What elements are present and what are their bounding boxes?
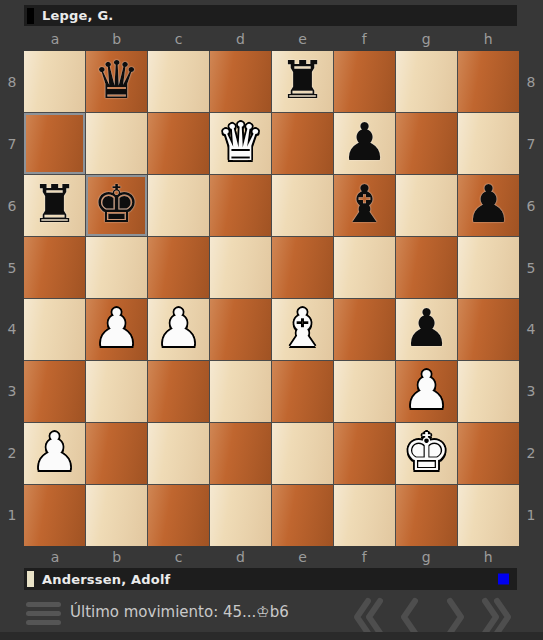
file-label-e: e (272, 546, 334, 568)
file-label-e: e (272, 28, 334, 50)
turn-indicator (498, 574, 509, 585)
file-labels-top: abcdefgh (24, 28, 519, 50)
square-f1[interactable] (334, 485, 395, 546)
file-label-d: d (210, 28, 272, 50)
square-b8[interactable]: ♛ (86, 51, 147, 112)
square-h4[interactable] (458, 299, 519, 360)
rank-label-7: 7 (519, 113, 543, 175)
square-e4[interactable]: ♝ (272, 299, 333, 360)
square-c6[interactable] (148, 175, 209, 236)
rank-label-4: 4 (0, 299, 24, 361)
square-e3[interactable] (272, 361, 333, 422)
file-label-f: f (333, 546, 395, 568)
piece-white-pawn[interactable]: ♟ (31, 423, 78, 483)
piece-black-rook[interactable]: ♜ (279, 51, 326, 111)
square-a4[interactable] (24, 299, 85, 360)
square-d2[interactable] (210, 423, 271, 484)
piece-white-king[interactable]: ♚ (403, 423, 450, 483)
square-a7[interactable] (24, 113, 85, 174)
square-d6[interactable] (210, 175, 271, 236)
file-label-c: c (148, 546, 210, 568)
square-h1[interactable] (458, 485, 519, 546)
square-c3[interactable] (148, 361, 209, 422)
square-b7[interactable] (86, 113, 147, 174)
bottom-edge-strip (0, 632, 543, 640)
piece-black-rook[interactable]: ♜ (31, 175, 78, 235)
rank-label-1: 1 (0, 484, 24, 546)
square-g1[interactable] (396, 485, 457, 546)
file-label-g: g (395, 28, 457, 50)
square-e1[interactable] (272, 485, 333, 546)
square-c2[interactable] (148, 423, 209, 484)
piece-white-bishop[interactable]: ♝ (279, 299, 326, 359)
file-label-b: b (86, 546, 148, 568)
square-d8[interactable] (210, 51, 271, 112)
rank-label-6: 6 (519, 175, 543, 237)
piece-black-pawn[interactable]: ♟ (465, 175, 512, 235)
square-a6[interactable]: ♜ (24, 175, 85, 236)
piece-black-bishop[interactable]: ♝ (341, 175, 388, 235)
square-c8[interactable] (148, 51, 209, 112)
file-label-d: d (210, 546, 272, 568)
square-f7[interactable]: ♟ (334, 113, 395, 174)
piece-white-pawn[interactable]: ♟ (403, 361, 450, 421)
square-g3[interactable]: ♟ (396, 361, 457, 422)
square-h2[interactable] (458, 423, 519, 484)
square-g6[interactable] (396, 175, 457, 236)
piece-white-pawn[interactable]: ♟ (155, 299, 202, 359)
square-h8[interactable] (458, 51, 519, 112)
square-e8[interactable]: ♜ (272, 51, 333, 112)
square-b5[interactable] (86, 237, 147, 298)
square-h5[interactable] (458, 237, 519, 298)
rank-label-6: 6 (0, 175, 24, 237)
square-g4[interactable]: ♟ (396, 299, 457, 360)
rank-label-2: 2 (0, 422, 24, 484)
square-b3[interactable] (86, 361, 147, 422)
menu-bar (26, 611, 61, 616)
rank-label-8: 8 (0, 51, 24, 113)
file-labels-bottom: abcdefgh (24, 546, 519, 568)
white-player-name: Anderssen, Adolf (42, 572, 170, 587)
rank-label-5: 5 (519, 237, 543, 299)
piece-black-pawn[interactable]: ♟ (341, 113, 388, 173)
file-label-c: c (148, 28, 210, 50)
square-b6[interactable]: ♚ (86, 175, 147, 236)
square-b1[interactable] (86, 485, 147, 546)
square-h7[interactable] (458, 113, 519, 174)
square-h6[interactable]: ♟ (458, 175, 519, 236)
square-g5[interactable] (396, 237, 457, 298)
square-a5[interactable] (24, 237, 85, 298)
menu-bar (26, 620, 61, 625)
rank-label-7: 7 (0, 113, 24, 175)
file-label-a: a (24, 546, 86, 568)
square-a2[interactable]: ♟ (24, 423, 85, 484)
square-d5[interactable] (210, 237, 271, 298)
file-label-h: h (457, 28, 519, 50)
square-c5[interactable] (148, 237, 209, 298)
chess-board[interactable]: ♛♜♛♟♜♚♝♟♟♟♝♟♟♟♚ (24, 51, 519, 546)
rank-label-4: 4 (519, 299, 543, 361)
square-h3[interactable] (458, 361, 519, 422)
square-e5[interactable] (272, 237, 333, 298)
square-f4[interactable] (334, 299, 395, 360)
square-g2[interactable]: ♚ (396, 423, 457, 484)
player-bar-black: Lepge, G. (24, 5, 517, 26)
square-g7[interactable] (396, 113, 457, 174)
square-g8[interactable] (396, 51, 457, 112)
square-d3[interactable] (210, 361, 271, 422)
rank-label-3: 3 (0, 360, 24, 422)
piece-white-queen[interactable]: ♛ (217, 113, 264, 173)
piece-black-king[interactable]: ♚ (93, 175, 140, 235)
square-f8[interactable] (334, 51, 395, 112)
square-f6[interactable]: ♝ (334, 175, 395, 236)
square-c1[interactable] (148, 485, 209, 546)
square-f2[interactable] (334, 423, 395, 484)
square-d1[interactable] (210, 485, 271, 546)
file-label-a: a (24, 28, 86, 50)
hamburger-menu-icon[interactable] (26, 602, 61, 625)
square-a3[interactable] (24, 361, 85, 422)
file-label-f: f (333, 28, 395, 50)
chess-viewer: Lepge, G. abcdefgh 87654321 ♛♜♛♟♜♚♝♟♟♟♝♟… (0, 0, 543, 640)
square-f5[interactable] (334, 237, 395, 298)
square-d7[interactable]: ♛ (210, 113, 271, 174)
square-c7[interactable] (148, 113, 209, 174)
file-label-g: g (395, 546, 457, 568)
player-bar-white: Anderssen, Adolf (24, 568, 517, 590)
rank-labels-left: 87654321 (0, 51, 24, 546)
black-player-name: Lepge, G. (42, 8, 113, 23)
rank-label-3: 3 (519, 360, 543, 422)
black-color-chip (27, 8, 34, 24)
file-label-h: h (457, 546, 519, 568)
square-e7[interactable] (272, 113, 333, 174)
square-b4[interactable]: ♟ (86, 299, 147, 360)
rank-label-5: 5 (0, 237, 24, 299)
rank-label-1: 1 (519, 484, 543, 546)
square-e6[interactable] (272, 175, 333, 236)
rank-label-8: 8 (519, 51, 543, 113)
square-c4[interactable]: ♟ (148, 299, 209, 360)
piece-black-queen[interactable]: ♛ (93, 51, 140, 111)
piece-black-pawn[interactable]: ♟ (403, 299, 450, 359)
square-a8[interactable] (24, 51, 85, 112)
rank-labels-right: 87654321 (519, 51, 543, 546)
last-move-text: Último movimiento: 45...♔b6 (70, 603, 289, 621)
rank-label-2: 2 (519, 422, 543, 484)
white-color-chip (27, 571, 34, 587)
square-d4[interactable] (210, 299, 271, 360)
square-e2[interactable] (272, 423, 333, 484)
square-b2[interactable] (86, 423, 147, 484)
menu-bar (26, 602, 61, 607)
square-a1[interactable] (24, 485, 85, 546)
file-label-b: b (86, 28, 148, 50)
piece-white-pawn[interactable]: ♟ (93, 299, 140, 359)
square-f3[interactable] (334, 361, 395, 422)
